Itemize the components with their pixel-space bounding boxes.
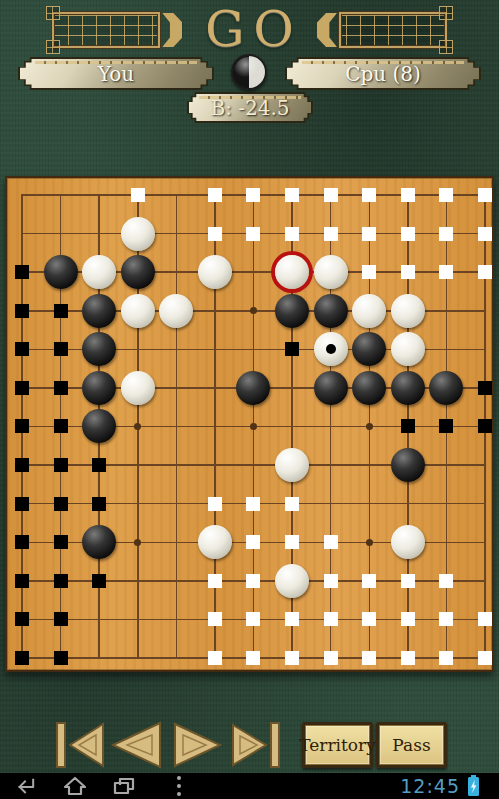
black-stone [391,448,425,482]
point-D5[interactable] [119,484,158,523]
point-A4[interactable] [3,523,42,562]
menu-dots-icon [175,775,183,797]
white-territory-marker [246,574,260,588]
title-bracket-left [162,13,182,47]
title-wing-left [52,12,160,48]
point-E3[interactable] [157,562,196,601]
white-territory-marker [246,612,260,626]
back-button[interactable] [12,775,38,797]
point-G11[interactable] [234,253,273,292]
point-L10[interactable] [389,292,428,331]
android-navbar: 12:45 [0,773,499,799]
white-territory-marker [362,612,376,626]
black-stone [314,294,348,328]
point-H8[interactable] [273,369,312,408]
point-C2[interactable] [80,600,119,639]
point-D13[interactable] [119,176,158,215]
point-E5[interactable] [157,484,196,523]
skip-to-end-icon [230,721,281,769]
point-H2[interactable] [273,600,312,639]
point-H12[interactable] [273,214,312,253]
white-territory-marker [401,651,415,665]
point-A7[interactable] [3,407,42,446]
point-A3[interactable] [3,562,42,601]
white-territory-marker [324,227,338,241]
point-G10[interactable] [234,292,273,331]
go-board [5,176,494,672]
white-territory-marker [362,265,376,279]
point-L2[interactable] [389,600,428,639]
black-stone [82,409,116,443]
point-J6[interactable] [311,446,350,485]
point-D8[interactable] [119,369,158,408]
point-A11[interactable] [3,253,42,292]
point-A1[interactable] [3,639,42,678]
point-M9[interactable] [427,330,466,369]
white-territory-marker [478,651,492,665]
white-territory-marker [478,188,492,202]
white-territory-marker [439,265,453,279]
point-J4[interactable] [311,523,350,562]
point-C7[interactable] [80,407,119,446]
black-stone [82,525,116,559]
white-territory-marker [478,612,492,626]
black-territory-marker [15,612,29,626]
white-territory-marker [246,497,260,511]
point-C5[interactable] [80,484,119,523]
white-territory-marker [285,612,299,626]
white-territory-marker [324,612,338,626]
black-territory-marker [478,419,492,433]
point-E13[interactable] [157,176,196,215]
score-value: B: -24.5 [210,96,289,120]
point-D3[interactable] [119,562,158,601]
point-L8[interactable] [389,369,428,408]
battery-charging-icon [466,775,481,799]
black-territory-marker [15,458,29,472]
back-icon [14,776,36,796]
score-plate-face: B: -24.5 [189,94,311,121]
white-stone [121,294,155,328]
black-territory-marker [92,497,106,511]
point-B6[interactable] [41,446,80,485]
point-E8[interactable] [157,369,196,408]
point-A13[interactable] [3,176,42,215]
point-L7[interactable] [389,407,428,446]
black-territory-marker [92,458,106,472]
point-M7[interactable] [427,407,466,446]
point-B4[interactable] [41,523,80,562]
point-H3[interactable] [273,562,312,601]
point-F8[interactable] [196,369,235,408]
point-N3[interactable] [466,562,499,601]
point-L1[interactable] [389,639,428,678]
point-M3[interactable] [427,562,466,601]
point-K8[interactable] [350,369,389,408]
white-territory-marker [439,188,453,202]
black-stone [429,371,463,405]
home-button[interactable] [62,775,88,797]
point-C10[interactable] [80,292,119,331]
black-territory-marker [285,342,299,356]
white-territory-marker [401,188,415,202]
white-territory-marker [439,227,453,241]
step-forward-icon [171,721,224,769]
point-F5[interactable] [196,484,235,523]
black-territory-marker [15,419,29,433]
skip-to-end-button[interactable] [230,721,281,769]
black-stone [236,371,270,405]
black-stone [314,371,348,405]
white-territory-marker [208,651,222,665]
point-K5[interactable] [350,484,389,523]
point-G3[interactable] [234,562,273,601]
white-territory-marker [362,188,376,202]
black-territory-marker [54,612,68,626]
point-B5[interactable] [41,484,80,523]
white-territory-marker [285,497,299,511]
point-H13[interactable] [273,176,312,215]
black-stone [82,371,116,405]
white-stone [82,255,116,289]
point-G12[interactable] [234,214,273,253]
point-C4[interactable] [80,523,119,562]
point-A10[interactable] [3,292,42,331]
step-forward-button[interactable] [171,721,224,769]
point-N5[interactable] [466,484,499,523]
point-N7[interactable] [466,407,499,446]
skip-to-start-button[interactable] [54,721,106,769]
point-J8[interactable] [311,369,350,408]
black-stone [275,294,309,328]
point-J5[interactable] [311,484,350,523]
point-K7[interactable] [350,407,389,446]
point-L3[interactable] [389,562,428,601]
black-territory-marker [15,381,29,395]
point-K9[interactable] [350,330,389,369]
point-C6[interactable] [80,446,119,485]
point-F9[interactable] [196,330,235,369]
black-territory-marker [54,535,68,549]
point-H10[interactable] [273,292,312,331]
point-G5[interactable] [234,484,273,523]
point-B13[interactable] [41,176,80,215]
title-wing-right [339,12,447,48]
point-B2[interactable] [41,600,80,639]
point-G13[interactable] [234,176,273,215]
point-L6[interactable] [389,446,428,485]
white-territory-marker [362,227,376,241]
white-territory-marker [401,265,415,279]
point-C1[interactable] [80,639,119,678]
black-territory-marker [401,419,415,433]
black-territory-marker [54,342,68,356]
point-H5[interactable] [273,484,312,523]
go-app-screen: GO You Cpu (8) B: -24.5 [0,0,499,799]
point-B3[interactable] [41,562,80,601]
point-K1[interactable] [350,639,389,678]
white-territory-marker [285,227,299,241]
point-N2[interactable] [466,600,499,639]
point-F12[interactable] [196,214,235,253]
black-territory-marker [54,497,68,511]
white-territory-marker [208,227,222,241]
point-L5[interactable] [389,484,428,523]
point-B8[interactable] [41,369,80,408]
point-E7[interactable] [157,407,196,446]
point-K11[interactable] [350,253,389,292]
point-A2[interactable] [3,600,42,639]
white-stone [391,525,425,559]
skip-to-start-icon [54,721,106,769]
point-K4[interactable] [350,523,389,562]
white-stone [198,255,232,289]
point-N12[interactable] [466,214,499,253]
point-G2[interactable] [234,600,273,639]
point-L13[interactable] [389,176,428,215]
point-B10[interactable] [41,292,80,331]
white-territory-marker [285,535,299,549]
point-L11[interactable] [389,253,428,292]
point-C8[interactable] [80,369,119,408]
white-territory-marker [439,612,453,626]
menu-button[interactable] [166,775,192,797]
point-K3[interactable] [350,562,389,601]
point-D2[interactable] [119,600,158,639]
recents-button[interactable] [111,775,137,797]
point-J2[interactable] [311,600,350,639]
point-G4[interactable] [234,523,273,562]
point-K6[interactable] [350,446,389,485]
white-territory-marker [324,651,338,665]
point-N9[interactable] [466,330,499,369]
black-territory-marker [15,535,29,549]
point-G8[interactable] [234,369,273,408]
point-D9[interactable] [119,330,158,369]
point-M1[interactable] [427,639,466,678]
white-territory-marker [362,574,376,588]
point-J12[interactable] [311,214,350,253]
white-stone [198,525,232,559]
black-territory-marker [15,304,29,318]
point-D10[interactable] [119,292,158,331]
point-C9[interactable] [80,330,119,369]
clock: 12:45 [398,774,460,798]
point-K12[interactable] [350,214,389,253]
point-H11[interactable] [273,253,312,292]
point-F3[interactable] [196,562,235,601]
point-J11[interactable] [311,253,350,292]
white-territory-marker [208,574,222,588]
point-F1[interactable] [196,639,235,678]
white-stone [314,255,348,289]
point-G7[interactable] [234,407,273,446]
point-B9[interactable] [41,330,80,369]
white-territory-marker [401,612,415,626]
point-J7[interactable] [311,407,350,446]
step-back-button[interactable] [107,721,164,769]
point-C13[interactable] [80,176,119,215]
point-E4[interactable] [157,523,196,562]
point-J13[interactable] [311,176,350,215]
black-territory-marker [54,381,68,395]
point-K10[interactable] [350,292,389,331]
point-M13[interactable] [427,176,466,215]
point-B11[interactable] [41,253,80,292]
player-plate-right-face: Cpu (8) [287,59,479,88]
point-G1[interactable] [234,639,273,678]
point-J9[interactable] [311,330,350,369]
white-territory-marker [478,265,492,279]
point-D12[interactable] [119,214,158,253]
point-C11[interactable] [80,253,119,292]
point-N1[interactable] [466,639,499,678]
point-N8[interactable] [466,369,499,408]
white-territory-marker [208,188,222,202]
white-territory-marker [285,651,299,665]
point-F6[interactable] [196,446,235,485]
black-stone [352,332,386,366]
point-H7[interactable] [273,407,312,446]
white-territory-marker [246,227,260,241]
app-title: GO [196,8,302,52]
point-D7[interactable] [119,407,158,446]
black-territory-marker [54,304,68,318]
white-stone [391,294,425,328]
point-N4[interactable] [466,523,499,562]
black-territory-marker [54,651,68,665]
white-territory-marker [285,188,299,202]
black-stone [44,255,78,289]
black-territory-marker [15,574,29,588]
point-B7[interactable] [41,407,80,446]
point-A6[interactable] [3,446,42,485]
point-B1[interactable] [41,639,80,678]
point-E10[interactable] [157,292,196,331]
point-L12[interactable] [389,214,428,253]
point-C3[interactable] [80,562,119,601]
point-H9[interactable] [273,330,312,369]
point-C12[interactable] [80,214,119,253]
point-G9[interactable] [234,330,273,369]
point-A8[interactable] [3,369,42,408]
territory-button[interactable]: Territory [302,722,373,768]
white-stone [391,332,425,366]
point-A9[interactable] [3,330,42,369]
point-J3[interactable] [311,562,350,601]
white-stone [121,371,155,405]
point-N10[interactable] [466,292,499,331]
black-territory-marker [54,419,68,433]
point-A12[interactable] [3,214,42,253]
white-territory-marker [439,651,453,665]
white-territory-marker [324,535,338,549]
black-stone [82,332,116,366]
point-M11[interactable] [427,253,466,292]
point-H1[interactable] [273,639,312,678]
point-G6[interactable] [234,446,273,485]
point-E2[interactable] [157,600,196,639]
white-territory-marker [478,227,492,241]
point-E9[interactable] [157,330,196,369]
point-N6[interactable] [466,446,499,485]
white-territory-marker [208,497,222,511]
point-K2[interactable] [350,600,389,639]
point-N11[interactable] [466,253,499,292]
black-territory-marker [54,574,68,588]
point-F10[interactable] [196,292,235,331]
black-territory-marker [15,342,29,356]
white-territory-marker [401,227,415,241]
step-back-icon [107,721,164,769]
black-territory-marker [54,458,68,472]
player-plate-left: You [18,57,214,90]
point-D1[interactable] [119,639,158,678]
player-label-you: You [98,62,134,86]
white-territory-marker [208,612,222,626]
point-D11[interactable] [119,253,158,292]
white-territory-marker [246,188,260,202]
point-K13[interactable] [350,176,389,215]
point-J10[interactable] [311,292,350,331]
point-B12[interactable] [41,214,80,253]
point-M8[interactable] [427,369,466,408]
territory-button-label: Territory [299,735,376,755]
title-band: GO [0,6,499,54]
black-stone [352,371,386,405]
point-E12[interactable] [157,214,196,253]
point-M2[interactable] [427,600,466,639]
point-D4[interactable] [119,523,158,562]
point-H6[interactable] [273,446,312,485]
white-territory-marker [246,651,260,665]
point-M6[interactable] [427,446,466,485]
point-F2[interactable] [196,600,235,639]
white-territory-marker [324,188,338,202]
point-L9[interactable] [389,330,428,369]
black-stone [82,294,116,328]
point-M4[interactable] [427,523,466,562]
white-territory-marker [246,535,260,549]
player-label-cpu: Cpu (8) [345,62,421,86]
point-M10[interactable] [427,292,466,331]
point-E1[interactable] [157,639,196,678]
white-stone-dot-marked [314,332,348,366]
black-stone [121,255,155,289]
point-M12[interactable] [427,214,466,253]
home-icon [63,776,87,796]
pass-button[interactable]: Pass [376,722,447,768]
white-territory-marker [401,574,415,588]
point-E11[interactable] [157,253,196,292]
point-A5[interactable] [3,484,42,523]
white-territory-marker [362,651,376,665]
point-F7[interactable] [196,407,235,446]
point-F11[interactable] [196,253,235,292]
point-M5[interactable] [427,484,466,523]
white-territory-marker [324,574,338,588]
point-J1[interactable] [311,639,350,678]
point-L4[interactable] [389,523,428,562]
point-E6[interactable] [157,446,196,485]
point-F13[interactable] [196,176,235,215]
player-plate-left-face: You [20,59,212,88]
black-territory-marker [15,651,29,665]
point-H4[interactable] [273,523,312,562]
point-F4[interactable] [196,523,235,562]
point-N13[interactable] [466,176,499,215]
point-D6[interactable] [119,446,158,485]
